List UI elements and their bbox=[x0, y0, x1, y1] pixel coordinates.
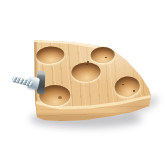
pit-north-west[interactable] bbox=[35, 45, 64, 64]
wood-speck bbox=[86, 64, 88, 65]
pit-grid bbox=[35, 40, 153, 106]
board-photo bbox=[0, 0, 165, 165]
wood-speck bbox=[105, 57, 107, 58]
pit-north-east[interactable] bbox=[91, 46, 116, 63]
wood-speck bbox=[122, 84, 124, 86]
pit-south-east[interactable] bbox=[113, 75, 141, 99]
wood-speck bbox=[133, 90, 135, 92]
wood-speck bbox=[87, 61, 89, 63]
wood-knot bbox=[58, 96, 62, 99]
